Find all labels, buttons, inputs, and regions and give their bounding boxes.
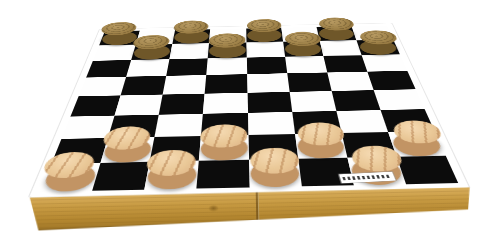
board-cell[interactable] [126,59,169,77]
board-cell[interactable] [205,74,247,93]
board-cell[interactable] [203,93,247,114]
board-cell[interactable] [247,92,292,113]
board-cell[interactable] [173,29,211,44]
board-cell[interactable] [249,159,302,188]
board-cell[interactable] [331,90,380,111]
board-cell[interactable] [295,133,347,159]
board-cell[interactable] [246,57,287,74]
board-cell[interactable] [93,45,136,61]
board-cell[interactable] [207,58,247,75]
board-cell[interactable] [362,54,408,71]
board-cell[interactable] [283,41,323,57]
board-cell[interactable] [155,114,204,137]
board-cell[interactable] [327,72,373,91]
board-cell[interactable] [159,93,205,114]
board-cell[interactable] [289,91,336,112]
board-cell[interactable] [373,89,424,110]
board-cell[interactable] [316,26,356,41]
wood-knot [208,205,219,212]
board-cell[interactable] [131,44,172,60]
board-grid [40,26,458,192]
board-cell[interactable] [246,28,283,43]
board-cell[interactable] [40,163,101,192]
board-cell[interactable] [170,43,210,59]
board-surface [29,23,469,197]
photo-tilt-wrapper [0,0,500,249]
board-cell[interactable] [92,162,150,191]
board-cell[interactable] [197,160,249,189]
board-cell[interactable] [285,56,327,73]
board-cell[interactable] [367,71,415,90]
board-cell[interactable] [247,73,289,92]
board-cell[interactable] [246,42,285,58]
board-cell[interactable] [166,59,208,76]
board-cell[interactable] [145,161,200,190]
board-cell[interactable] [121,76,167,95]
board-cell[interactable] [208,42,246,58]
corner-sticker-illegible-text [342,175,392,181]
board-cell[interactable] [199,135,248,161]
board-cell[interactable] [248,112,295,135]
board-cell[interactable] [101,137,155,163]
board-cell[interactable] [115,94,163,115]
board-cell[interactable] [287,73,331,92]
board-cell[interactable] [356,39,400,55]
board-cell[interactable] [323,55,367,72]
board-cell[interactable] [70,95,120,116]
board-cell[interactable] [86,60,131,78]
board-cell[interactable] [336,110,388,133]
board-cell[interactable] [79,77,127,96]
board-cell[interactable] [163,75,207,94]
board-cell[interactable] [320,40,362,56]
board-cell[interactable] [396,156,458,185]
product-photo-checkers-board [0,0,500,249]
